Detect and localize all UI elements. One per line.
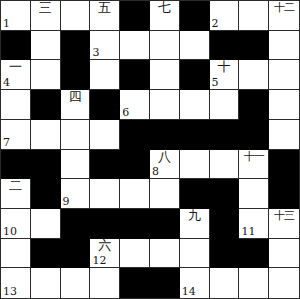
- white-cell-r3c5[interactable]: [150, 90, 180, 120]
- down-clue-number: 六: [90, 239, 119, 253]
- black-cell-r7c2: [61, 209, 91, 239]
- white-cell-r6c4[interactable]: [120, 179, 150, 209]
- black-cell-r4c7: [210, 120, 240, 150]
- across-clue-number: 1: [3, 18, 10, 29]
- black-cell-r5c1: [31, 150, 61, 180]
- white-cell-r0c7[interactable]: 2: [210, 1, 240, 31]
- across-clue-number: 10: [3, 226, 17, 237]
- white-cell-r9c8[interactable]: [239, 268, 269, 298]
- white-cell-r4c0[interactable]: 7: [1, 120, 31, 150]
- white-cell-r8c0[interactable]: [1, 239, 31, 269]
- white-cell-r7c1[interactable]: [31, 209, 61, 239]
- black-cell-r5c0: [1, 150, 31, 180]
- white-cell-r2c7[interactable]: 十5: [210, 60, 240, 90]
- down-clue-number: 三: [31, 1, 60, 15]
- black-cell-r8c2: [61, 239, 91, 269]
- black-cell-r8c7: [210, 239, 240, 269]
- down-clue-number: 七: [150, 1, 179, 15]
- white-cell-r9c0[interactable]: 13: [1, 268, 31, 298]
- white-cell-r4c2[interactable]: [61, 120, 91, 150]
- black-cell-r3c8: [239, 90, 269, 120]
- down-clue-number: 四: [61, 90, 90, 104]
- white-cell-r9c7[interactable]: [210, 268, 240, 298]
- across-clue-number: 5: [212, 77, 219, 88]
- white-cell-r6c0[interactable]: 二: [1, 179, 31, 209]
- white-cell-r5c7[interactable]: [210, 150, 240, 180]
- black-cell-r7c5: [150, 209, 180, 239]
- white-cell-r3c4[interactable]: 6: [120, 90, 150, 120]
- white-cell-r2c8[interactable]: [239, 60, 269, 90]
- black-cell-r2c2: [61, 60, 91, 90]
- across-clue-number: 7: [3, 137, 10, 148]
- white-cell-r1c9[interactable]: [269, 31, 299, 61]
- white-cell-r5c2[interactable]: [61, 150, 91, 180]
- down-clue-number: 十一: [239, 150, 268, 164]
- white-cell-r7c6[interactable]: 九: [180, 209, 210, 239]
- black-cell-r3c1: [31, 90, 61, 120]
- black-cell-r0c4: [120, 1, 150, 31]
- white-cell-r3c2[interactable]: 四: [61, 90, 91, 120]
- across-clue-number: 13: [3, 286, 17, 297]
- black-cell-r7c7: [210, 209, 240, 239]
- white-cell-r6c3[interactable]: [90, 179, 120, 209]
- white-cell-r8c9[interactable]: [269, 239, 299, 269]
- white-cell-r9c6[interactable]: 14: [180, 268, 210, 298]
- white-cell-r9c2[interactable]: [61, 268, 91, 298]
- black-cell-r4c6: [180, 120, 210, 150]
- black-cell-r6c9: [269, 179, 299, 209]
- black-cell-r3c3: [90, 90, 120, 120]
- across-clue-number: 2: [212, 18, 219, 29]
- black-cell-r1c7: [210, 31, 240, 61]
- down-clue-number: 八: [150, 150, 179, 164]
- white-cell-r5c8[interactable]: 十一: [239, 150, 269, 180]
- down-clue-number: 十二: [269, 1, 299, 15]
- black-cell-r5c9: [269, 150, 299, 180]
- white-cell-r1c5[interactable]: [150, 31, 180, 61]
- black-cell-r5c4: [120, 150, 150, 180]
- down-clue-number: 二: [1, 179, 30, 193]
- across-clue-number: 3: [92, 47, 99, 58]
- down-clue-number: 五: [90, 1, 119, 15]
- across-clue-number: 4: [3, 77, 10, 88]
- black-cell-r9c4: [120, 268, 150, 298]
- black-cell-r2c4: [120, 60, 150, 90]
- black-cell-r6c7: [210, 179, 240, 209]
- black-cell-r4c5: [150, 120, 180, 150]
- white-cell-r0c2[interactable]: [61, 1, 91, 31]
- white-cell-r1c3[interactable]: 3: [90, 31, 120, 61]
- black-cell-r4c8: [239, 120, 269, 150]
- white-cell-r2c9[interactable]: [269, 60, 299, 90]
- black-cell-r6c6: [180, 179, 210, 209]
- black-cell-r4c4: [120, 120, 150, 150]
- across-clue-number: 12: [92, 255, 106, 266]
- white-cell-r1c1[interactable]: [31, 31, 61, 61]
- black-cell-r2c6: [180, 60, 210, 90]
- black-cell-r0c6: [180, 1, 210, 31]
- white-cell-r9c1[interactable]: [31, 268, 61, 298]
- black-cell-r6c1: [31, 179, 61, 209]
- white-cell-r3c7[interactable]: [210, 90, 240, 120]
- white-cell-r2c1[interactable]: [31, 60, 61, 90]
- white-cell-r0c5[interactable]: 七: [150, 1, 180, 31]
- white-cell-r7c0[interactable]: 10: [1, 209, 31, 239]
- black-cell-r7c3: [90, 209, 120, 239]
- down-clue-number: 一: [1, 60, 30, 74]
- white-cell-r9c9[interactable]: [269, 268, 299, 298]
- black-cell-r1c2: [61, 31, 91, 61]
- white-cell-r0c1[interactable]: 三: [31, 1, 61, 31]
- white-cell-r0c8[interactable]: [239, 1, 269, 31]
- white-cell-r5c6[interactable]: [180, 150, 210, 180]
- white-cell-r8c6[interactable]: [180, 239, 210, 269]
- white-cell-r4c9[interactable]: [269, 120, 299, 150]
- white-cell-r3c9[interactable]: [269, 90, 299, 120]
- white-cell-r5c5[interactable]: 八8: [150, 150, 180, 180]
- black-cell-r1c0: [1, 31, 31, 61]
- white-cell-r0c3[interactable]: 五: [90, 1, 120, 31]
- white-cell-r8c5[interactable]: [150, 239, 180, 269]
- white-cell-r9c3[interactable]: [90, 268, 120, 298]
- down-clue-number: 十三: [269, 209, 299, 223]
- across-clue-number: 14: [182, 286, 196, 297]
- across-clue-number: 8: [152, 166, 159, 177]
- black-cell-r1c8: [239, 31, 269, 61]
- black-cell-r7c4: [120, 209, 150, 239]
- black-cell-r5c3: [90, 150, 120, 180]
- white-cell-r8c3[interactable]: 六12: [90, 239, 120, 269]
- white-cell-r1c4[interactable]: [120, 31, 150, 61]
- black-cell-r8c8: [239, 239, 269, 269]
- white-cell-r4c1[interactable]: [31, 120, 61, 150]
- down-clue-number: 九: [180, 209, 209, 223]
- crossword-board: 1三五七2十二3一4十5四67八8十一二910九11十三六121314: [0, 0, 300, 299]
- across-clue-number: 6: [122, 107, 129, 118]
- down-clue-number: 十: [210, 60, 239, 74]
- white-cell-r4c3[interactable]: [90, 120, 120, 150]
- white-cell-r1c6[interactable]: [180, 31, 210, 61]
- white-cell-r6c5[interactable]: [150, 179, 180, 209]
- white-cell-r6c8[interactable]: [239, 179, 269, 209]
- white-cell-r3c0[interactable]: [1, 90, 31, 120]
- black-cell-r8c1: [31, 239, 61, 269]
- black-cell-r9c5: [150, 268, 180, 298]
- white-cell-r8c4[interactable]: [120, 239, 150, 269]
- white-cell-r2c0[interactable]: 一4: [1, 60, 31, 90]
- across-clue-number: 11: [241, 226, 255, 237]
- white-cell-r3c6[interactable]: [180, 90, 210, 120]
- white-cell-r6c2[interactable]: 9: [61, 179, 91, 209]
- white-cell-r7c8[interactable]: 11: [239, 209, 269, 239]
- white-cell-r2c3[interactable]: [90, 60, 120, 90]
- white-cell-r0c0[interactable]: 1: [1, 1, 31, 31]
- across-clue-number: 9: [63, 196, 70, 207]
- white-cell-r2c5[interactable]: [150, 60, 180, 90]
- white-cell-r7c9[interactable]: 十三: [269, 209, 299, 239]
- white-cell-r0c9[interactable]: 十二: [269, 1, 299, 31]
